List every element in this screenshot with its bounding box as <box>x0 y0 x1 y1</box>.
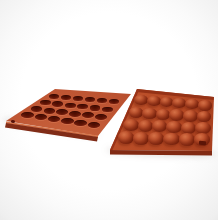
mold-dome <box>166 121 181 133</box>
mold-dome <box>152 120 167 132</box>
mold-dome <box>138 120 153 132</box>
mold-dome <box>123 119 138 131</box>
mold-dome <box>129 107 144 118</box>
mold-dome <box>183 110 198 121</box>
mold-dome <box>169 109 184 120</box>
mold-dome <box>198 100 212 111</box>
mold-dome <box>134 95 148 106</box>
product-photo <box>0 0 218 220</box>
mold-dome <box>185 99 199 110</box>
right-mold-dome-grid <box>0 0 218 220</box>
mold-dome <box>179 133 195 146</box>
mold-dome <box>172 98 186 109</box>
mold-dome <box>142 108 157 119</box>
mold-dome <box>118 131 134 144</box>
mold-dome <box>181 122 196 134</box>
mold-dome <box>160 97 174 108</box>
right-mold-hanging-hole <box>199 141 206 145</box>
mold-dome <box>148 132 164 145</box>
mold-dome <box>197 111 212 122</box>
mold-dome <box>133 132 149 145</box>
mold-dome <box>163 133 179 146</box>
mold-dome <box>147 96 161 107</box>
mold-dome <box>156 109 171 120</box>
